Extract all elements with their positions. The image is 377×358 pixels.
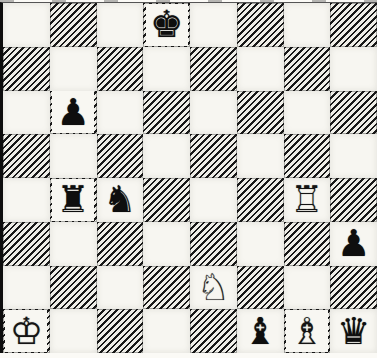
black-rook-b4[interactable]: ♜ (54, 181, 92, 219)
square-e2[interactable]: ♘ (190, 266, 237, 310)
square-h8[interactable] (330, 3, 377, 47)
square-c6[interactable] (97, 91, 144, 135)
square-b7[interactable] (50, 47, 97, 91)
square-c4[interactable]: ♞ (97, 178, 144, 222)
square-d5[interactable] (143, 134, 190, 178)
black-pawn-b6[interactable]: ♟ (54, 93, 92, 131)
square-g2[interactable] (284, 266, 331, 310)
white-bishop-g1[interactable]: ♗ (288, 312, 326, 350)
square-a6[interactable] (3, 91, 50, 135)
square-f2[interactable] (237, 266, 284, 310)
square-h2[interactable] (330, 266, 377, 310)
square-e8[interactable] (190, 3, 237, 47)
square-f1[interactable]: ♝ (237, 309, 284, 353)
square-f5[interactable] (237, 134, 284, 178)
square-h7[interactable] (330, 47, 377, 91)
square-d3[interactable] (143, 222, 190, 266)
square-c8[interactable] (97, 3, 144, 47)
square-c2[interactable] (97, 266, 144, 310)
square-c1[interactable] (97, 309, 144, 353)
square-c3[interactable] (97, 222, 144, 266)
square-d7[interactable] (143, 47, 190, 91)
square-b4[interactable]: ♜ (50, 178, 97, 222)
square-g8[interactable] (284, 3, 331, 47)
square-d1[interactable] (143, 309, 190, 353)
black-king-d8[interactable]: ♚ (148, 6, 186, 44)
square-e5[interactable] (190, 134, 237, 178)
white-king-a1[interactable]: ♔ (7, 312, 45, 350)
square-b6[interactable]: ♟ (50, 91, 97, 135)
square-b3[interactable] (50, 222, 97, 266)
square-d2[interactable] (143, 266, 190, 310)
square-g6[interactable] (284, 91, 331, 135)
square-h3[interactable]: ♟ (330, 222, 377, 266)
square-a7[interactable] (3, 47, 50, 91)
chess-diagram-page: ♚♟♜♞♖♟♘♔♝♗♛ (0, 0, 377, 358)
square-f6[interactable] (237, 91, 284, 135)
black-bishop-f1[interactable]: ♝ (241, 312, 279, 350)
square-e1[interactable] (190, 309, 237, 353)
square-b2[interactable] (50, 266, 97, 310)
square-a8[interactable] (3, 3, 50, 47)
square-d8[interactable]: ♚ (143, 3, 190, 47)
square-a4[interactable] (3, 178, 50, 222)
square-g7[interactable] (284, 47, 331, 91)
square-a5[interactable] (3, 134, 50, 178)
square-h6[interactable] (330, 91, 377, 135)
square-h5[interactable] (330, 134, 377, 178)
square-a2[interactable] (3, 266, 50, 310)
square-g4[interactable]: ♖ (284, 178, 331, 222)
square-f3[interactable] (237, 222, 284, 266)
square-h4[interactable] (330, 178, 377, 222)
black-knight-c4[interactable]: ♞ (101, 181, 139, 219)
square-f8[interactable] (237, 3, 284, 47)
white-knight-e2[interactable]: ♘ (194, 268, 232, 306)
square-d4[interactable] (143, 178, 190, 222)
square-g1[interactable]: ♗ (284, 309, 331, 353)
square-g5[interactable] (284, 134, 331, 178)
square-f4[interactable] (237, 178, 284, 222)
chess-board: ♚♟♜♞♖♟♘♔♝♗♛ (0, 2, 377, 353)
square-b1[interactable] (50, 309, 97, 353)
black-queen-h1[interactable]: ♛ (335, 312, 373, 350)
square-d6[interactable] (143, 91, 190, 135)
square-c5[interactable] (97, 134, 144, 178)
square-h1[interactable]: ♛ (330, 309, 377, 353)
square-a1[interactable]: ♔ (3, 309, 50, 353)
square-e6[interactable] (190, 91, 237, 135)
square-b8[interactable] (50, 3, 97, 47)
square-e7[interactable] (190, 47, 237, 91)
square-e4[interactable] (190, 178, 237, 222)
square-f7[interactable] (237, 47, 284, 91)
square-g3[interactable] (284, 222, 331, 266)
white-rook-g4[interactable]: ♖ (288, 181, 326, 219)
square-b5[interactable] (50, 134, 97, 178)
square-e3[interactable] (190, 222, 237, 266)
square-a3[interactable] (3, 222, 50, 266)
black-pawn-h3[interactable]: ♟ (335, 225, 373, 263)
square-c7[interactable] (97, 47, 144, 91)
